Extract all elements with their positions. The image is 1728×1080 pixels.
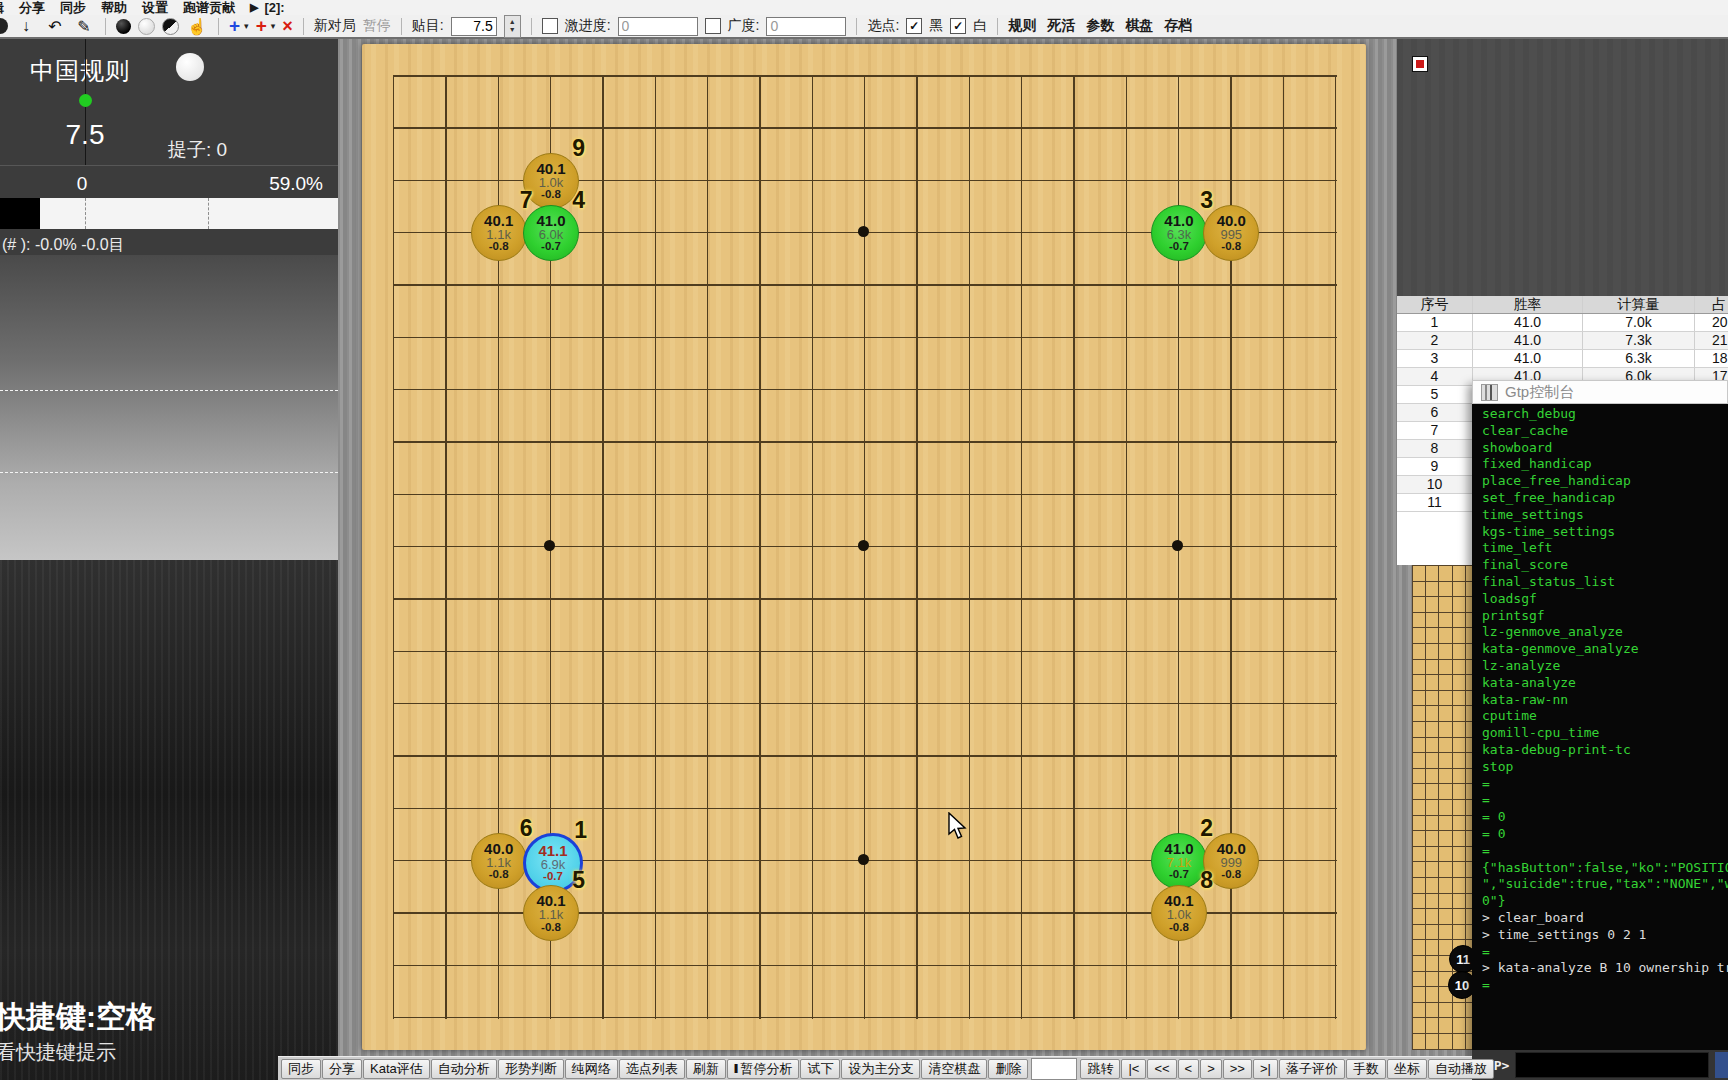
console-line: kgs-time_settings xyxy=(1482,524,1728,541)
bottom-button-刷新[interactable]: 刷新 xyxy=(686,1059,726,1079)
candidate-order-number: 1 xyxy=(574,819,587,842)
hotkey-hint-title: 快捷键:空格 xyxy=(0,997,156,1038)
console-line: > kata-analyze B 10 ownership true xyxy=(1482,960,1728,977)
console-line: showboard xyxy=(1482,440,1728,457)
console-line: = 0 xyxy=(1482,809,1728,826)
table-cell: 1 xyxy=(1397,314,1473,331)
new-game-button[interactable]: 新对局 xyxy=(314,17,356,35)
table-cell: 41.0 xyxy=(1473,314,1583,331)
table-cell: 7.0k xyxy=(1583,314,1695,331)
bottom-button->[interactable]: > xyxy=(1200,1059,1222,1079)
bar-tick xyxy=(208,198,209,229)
komi-input[interactable] xyxy=(451,17,497,36)
hotkey-hint-sub: 看快捷键提示 xyxy=(0,1039,116,1066)
console-line: gomill-cpu_time xyxy=(1482,725,1728,742)
console-line: {"hasButton":false,"ko":"POSITIONA xyxy=(1482,860,1728,877)
rules-label: 中国规则 xyxy=(30,55,130,87)
bottom-button-试下[interactable]: 试下 xyxy=(800,1059,840,1079)
console-line: fixed_handicap xyxy=(1482,456,1728,473)
console-app-icon xyxy=(1481,384,1498,401)
candidate-visits: 1.0k xyxy=(1167,908,1192,921)
blue-cross-icon[interactable]: + xyxy=(229,19,240,33)
toolbar-link-5[interactable]: 存档 xyxy=(1164,17,1192,35)
candidate-visits: 999 xyxy=(1220,856,1242,869)
candidate-score: -0.8 xyxy=(1221,869,1241,881)
candidate-winrate: 41.0 xyxy=(536,213,565,228)
candidate-order-number: 4 xyxy=(572,189,585,212)
bottom-button->|[interactable]: >| xyxy=(1253,1059,1278,1079)
table-cell: 41.0 xyxy=(1473,350,1583,367)
table-cell: 5 xyxy=(1397,386,1473,403)
candidate-visits: 1.1k xyxy=(486,856,511,869)
console-line: = xyxy=(1482,776,1728,793)
console-line: time_settings xyxy=(1482,507,1728,524)
separator xyxy=(105,18,106,35)
menu-bar: 辑分享同步帮助设置跑谱贡献 ▶ [2]: xyxy=(0,0,1728,15)
console-line: loadsgf xyxy=(1482,591,1728,608)
separator xyxy=(997,18,998,35)
console-line: = 0 xyxy=(1482,826,1728,843)
komi-marker-dot xyxy=(79,94,92,107)
table-cell: 41.0 xyxy=(1473,332,1583,349)
candidate-Q4[interactable]: 41.07.1k-0.72 xyxy=(1151,833,1207,889)
undo-icon[interactable]: ↶ xyxy=(44,17,66,35)
candidate-winrate: 40.0 xyxy=(1217,841,1246,856)
table-row[interactable]: 241.07.3k21 xyxy=(1397,332,1728,350)
console-line: clear_cache xyxy=(1482,423,1728,440)
console-line: set_free_handicap xyxy=(1482,490,1728,507)
console-output[interactable]: search_debugclear_cacheshowboardfixed_ha… xyxy=(1472,404,1728,1050)
bottom-button-纯网络[interactable]: 纯网络 xyxy=(565,1059,618,1079)
toolbar-link-4[interactable]: 棋盘 xyxy=(1125,17,1153,35)
candidate-score: -0.8 xyxy=(489,241,509,253)
candidate-winrate: 41.1 xyxy=(538,843,567,858)
console-line: kata-raw-nn xyxy=(1482,692,1728,709)
winrate-bar-black xyxy=(0,198,40,229)
candidate-order-number: 2 xyxy=(1200,817,1213,840)
table-cell: 2 xyxy=(1397,332,1473,349)
candidate-score: -0.8 xyxy=(541,189,561,201)
table-cell: 18 xyxy=(1695,350,1728,367)
console-line: stop xyxy=(1482,759,1728,776)
console-line: > clear_board xyxy=(1482,910,1728,927)
gtp-console-window: Gtp控制台 search_debugclear_cacheshowboardf… xyxy=(1472,380,1728,1080)
candidate-order-number: 7 xyxy=(520,189,533,212)
toolbar-links: 规则死活参数棋盘存档 xyxy=(1008,17,1192,35)
candidate-visits: 6.0k xyxy=(539,228,564,241)
separator xyxy=(856,18,857,35)
pencil-icon[interactable]: ✎ xyxy=(73,17,95,35)
table-header-row: 序号胜率计算量占 xyxy=(1397,296,1728,314)
separator xyxy=(401,18,402,35)
candidate-visits: 995 xyxy=(1220,228,1242,241)
delete-mark-icon[interactable]: × xyxy=(282,16,293,37)
candidate-score: -0.7 xyxy=(541,241,561,253)
candidate-score: -0.7 xyxy=(543,871,563,883)
console-line: = xyxy=(1482,792,1728,809)
console-line: printsgf xyxy=(1482,608,1728,625)
console-line: > time_settings 0 2 1 xyxy=(1482,927,1728,944)
candidate-winrate: 40.1 xyxy=(536,893,565,908)
red-cross-icon[interactable]: + xyxy=(256,19,267,33)
bar-tick xyxy=(85,198,86,229)
table-cell: 7.3k xyxy=(1583,332,1695,349)
candidate-winrate: 40.1 xyxy=(536,161,565,176)
breadth-checkbox[interactable] xyxy=(705,18,721,34)
toolbar-link-2[interactable]: 死活 xyxy=(1047,17,1075,35)
app-window: 辑分享同步帮助设置跑谱贡献 ▶ [2]: ↓ ↶ ✎ ☝ +▾ +▾ × 新对局… xyxy=(0,0,1728,1080)
komi-stepper[interactable]: ▲▼ xyxy=(504,15,521,38)
graph-gridline xyxy=(0,472,338,473)
menu-status: ▶ [2]: xyxy=(250,0,285,15)
bottom-button->>[interactable]: >> xyxy=(1223,1059,1252,1079)
candidate-winrate: 40.1 xyxy=(1164,893,1193,908)
candidate-Q3[interactable]: 40.11.0k-0.88 xyxy=(1151,885,1207,941)
hand-icon[interactable]: ☝ xyxy=(186,17,208,35)
pick-white-checkbox[interactable]: ✓ xyxy=(950,18,966,34)
alternate-stone-icon[interactable] xyxy=(162,18,179,35)
console-line: kata-genmove_analyze xyxy=(1482,641,1728,658)
ownership-graph-area xyxy=(1397,37,1728,296)
main-toolbar: ↓ ↶ ✎ ☝ +▾ +▾ × 新对局 暂停 贴目: ▲▼ 激进度: 广度: 选… xyxy=(0,15,1728,39)
pause-icon: II xyxy=(734,1062,737,1076)
bottom-button-选点列表[interactable]: 选点列表 xyxy=(619,1059,685,1079)
console-title: Gtp控制台 xyxy=(1505,383,1574,402)
console-line: ","suicide":true,"tax":"NONE","whi xyxy=(1482,876,1728,893)
candidate-winrate: 40.0 xyxy=(484,841,513,856)
toolbar-link-3[interactable]: 参数 xyxy=(1086,17,1114,35)
console-line: search_debug xyxy=(1482,406,1728,423)
table-header-1: 序号 xyxy=(1397,296,1473,313)
console-line: time_left xyxy=(1482,540,1728,557)
table-cell: 8 xyxy=(1397,440,1473,457)
bottom-button-设为主分支[interactable]: 设为主分支 xyxy=(841,1059,920,1079)
table-cell: 3 xyxy=(1397,350,1473,367)
candidate-score: -0.8 xyxy=(489,869,509,881)
table-row[interactable]: 141.07.0k20 xyxy=(1397,314,1728,332)
candidate-score: -0.8 xyxy=(1169,922,1189,934)
candidate-winrate: 41.0 xyxy=(1164,213,1193,228)
candidate-C4[interactable]: 40.01.1k-0.86 xyxy=(471,833,527,889)
info-panel: 中国规则 7.5 提子: 0 0 59.0% (# ): -0.0% -0.0目… xyxy=(0,37,338,1080)
candidate-D16[interactable]: 41.06.0k-0.74 xyxy=(523,205,579,261)
table-cell: 9 xyxy=(1397,458,1473,475)
table-cell: 10 xyxy=(1397,476,1473,493)
console-line: final_status_list xyxy=(1482,574,1728,591)
bottom-button-手数[interactable]: 手数 xyxy=(1346,1059,1386,1079)
candidate-score: -0.8 xyxy=(541,922,561,934)
candidate-visits: 1.1k xyxy=(539,908,564,921)
komi-value: 7.5 xyxy=(55,119,115,151)
table-cell: 21 xyxy=(1695,332,1728,349)
candidate-D3[interactable]: 40.11.1k-0.85 xyxy=(523,885,579,941)
bottom-button-分享[interactable]: 分享 xyxy=(322,1059,362,1079)
table-header-4: 占 xyxy=(1695,296,1728,313)
komi-label: 贴目: xyxy=(412,17,444,35)
separator xyxy=(218,18,219,35)
move-number-input[interactable] xyxy=(1031,1058,1077,1080)
separator xyxy=(303,18,304,35)
console-line: = xyxy=(1482,843,1728,860)
move-counter: [2]: xyxy=(264,0,284,15)
prompt-scroll-mark xyxy=(1715,1052,1728,1078)
pick-label: 选点: xyxy=(867,17,899,35)
winrate-bar xyxy=(0,198,338,229)
pick-black-label: 黑 xyxy=(929,17,943,35)
bottom-button-落子评价[interactable]: 落子评价 xyxy=(1279,1059,1345,1079)
pause-button[interactable]: 暂停 xyxy=(363,17,391,35)
table-row[interactable]: 341.06.3k18 xyxy=(1397,350,1728,368)
console-prompt-row: GTP> xyxy=(1472,1050,1728,1080)
pick-black-checkbox[interactable]: ✓ xyxy=(906,18,922,34)
breadth-input[interactable] xyxy=(766,17,846,36)
candidate-visits: 6.9k xyxy=(541,858,566,871)
captures-label: 提子: 0 xyxy=(168,137,227,163)
dropdown-arrow-icon[interactable]: ▾ xyxy=(244,21,249,31)
bottom-button-|<[interactable]: |< xyxy=(1121,1059,1146,1079)
table-header-2: 胜率 xyxy=(1473,296,1583,313)
white-winrate: 59.0% xyxy=(238,173,323,195)
candidate-visits: 1.0k xyxy=(539,176,564,189)
gtp-command-input[interactable] xyxy=(1515,1052,1709,1078)
console-line: lz-genmove_analyze xyxy=(1482,624,1728,641)
mouse-cursor xyxy=(948,812,968,840)
candidate-order-number: 9 xyxy=(572,137,585,160)
candidate-C16[interactable]: 40.11.1k-0.87 xyxy=(471,205,527,261)
table-cell: 6 xyxy=(1397,404,1473,421)
white-stone-icon[interactable] xyxy=(138,18,155,35)
toolbar-link-1[interactable]: 规则 xyxy=(1008,17,1036,35)
candidate-winrate: 40.1 xyxy=(484,213,513,228)
candidate-score: -0.7 xyxy=(1169,241,1189,253)
separator xyxy=(531,18,532,35)
pick-white-label: 白 xyxy=(973,17,987,35)
table-cell: 11 xyxy=(1397,494,1473,511)
download-icon[interactable]: ↓ xyxy=(15,17,37,35)
candidate-R16[interactable]: 40.0995-0.8 xyxy=(1203,205,1259,261)
bottom-button-清空棋盘[interactable]: 清空棋盘 xyxy=(921,1059,987,1079)
candidate-Q16[interactable]: 41.06.3k-0.73 xyxy=(1151,205,1207,261)
candidate-winrate: 40.0 xyxy=(1217,213,1246,228)
bottom-button-<<[interactable]: << xyxy=(1147,1059,1176,1079)
bottom-button-同步[interactable]: 同步 xyxy=(281,1059,321,1079)
console-line: 0"} xyxy=(1482,893,1728,910)
move-delta-text: (# ): -0.0% -0.0目 xyxy=(2,235,125,256)
console-line: final_score xyxy=(1482,557,1728,574)
play-icon: ▶ xyxy=(250,1,258,14)
aggressiveness-checkbox[interactable] xyxy=(542,18,558,34)
console-line: kata-debug-print-tc xyxy=(1482,742,1728,759)
candidate-order-number: 3 xyxy=(1200,189,1213,212)
breadth-label: 广度: xyxy=(728,17,760,35)
candidate-score: -0.7 xyxy=(1169,869,1189,881)
bottom-button-暂停分析[interactable]: II暂停分析 xyxy=(727,1059,800,1079)
table-header-3: 计算量 xyxy=(1583,296,1695,313)
bottom-button-跳转[interactable]: 跳转 xyxy=(1080,1059,1120,1079)
console-line: place_free_handicap xyxy=(1482,473,1728,490)
candidate-score: -0.8 xyxy=(1221,241,1241,253)
bottom-button-Kata评估[interactable]: Kata评估 xyxy=(363,1059,430,1079)
table-cell: 7 xyxy=(1397,422,1473,439)
console-line: cputime xyxy=(1482,708,1728,725)
console-line: = xyxy=(1482,977,1728,994)
candidate-visits: 1.1k xyxy=(486,228,511,241)
white-to-analyze-stone xyxy=(176,53,204,81)
bottom-button-自动播放[interactable]: 自动播放 xyxy=(1428,1059,1494,1079)
table-cell: 20 xyxy=(1695,314,1728,331)
aggressiveness-label: 激进度: xyxy=(565,17,611,35)
aggressiveness-input[interactable] xyxy=(618,17,698,36)
console-title-bar[interactable]: Gtp控制台 xyxy=(1472,380,1728,404)
bottom-button-坐标[interactable]: 坐标 xyxy=(1387,1059,1427,1079)
candidate-order-number: 6 xyxy=(520,817,533,840)
table-cell: 4 xyxy=(1397,368,1473,385)
candidate-order-number: 8 xyxy=(1200,869,1213,892)
bottom-button-形势判断[interactable]: 形势判断 xyxy=(498,1059,564,1079)
black-score: 0 xyxy=(62,173,102,195)
bottom-button-<[interactable]: < xyxy=(1178,1059,1200,1079)
bottom-button-自动分析[interactable]: 自动分析 xyxy=(431,1059,497,1079)
candidate-order-number: 5 xyxy=(572,869,585,892)
black-stone-icon[interactable] xyxy=(116,19,131,34)
console-line: = xyxy=(1482,944,1728,961)
candidate-visits: 6.3k xyxy=(1167,228,1192,241)
graph-gridline xyxy=(0,390,338,391)
winrate-graph-area[interactable] xyxy=(0,255,338,560)
candidate-winrate: 41.0 xyxy=(1164,841,1193,856)
bottom-button-删除[interactable]: 删除 xyxy=(988,1059,1028,1079)
table-cell: 6.3k xyxy=(1583,350,1695,367)
clipped-icon[interactable] xyxy=(0,18,8,34)
console-line: kata-analyze xyxy=(1482,675,1728,692)
candidate-visits: 7.1k xyxy=(1167,856,1192,869)
bottom-toolbar: 同步分享Kata评估自动分析形势判断纯网络选点列表刷新II暂停分析试下设为主分支… xyxy=(278,1056,1472,1080)
console-line: lz-analyze xyxy=(1482,658,1728,675)
dropdown-arrow-icon[interactable]: ▾ xyxy=(271,21,276,31)
record-icon[interactable] xyxy=(1412,56,1428,72)
